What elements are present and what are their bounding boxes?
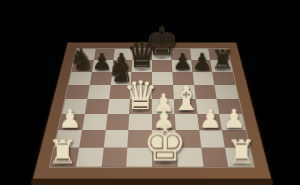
piece-white-pawn[interactable]: ♟ [58,106,81,132]
square-a3[interactable]: ♟ [58,114,84,130]
square-c1[interactable] [101,148,128,167]
board-grid: ♚♞♟♟♛♟♟♜♞♛♟♝♟♟♟♟♜♚♜ [50,49,254,167]
square-f4[interactable]: ♝ [174,99,197,114]
square-b5[interactable] [87,85,110,99]
square-a7[interactable]: ♞ [72,60,94,72]
chess-board: ♚♞♟♟♛♟♟♜♞♛♟♝♟♟♟♟♜♚♜ [30,42,274,185]
square-h3[interactable]: ♟ [219,114,245,130]
piece-black-pawn[interactable]: ♟ [172,51,192,73]
square-h1[interactable]: ♜ [225,148,254,167]
piece-black-rook[interactable]: ♜ [211,47,234,73]
square-b4[interactable] [85,99,109,114]
piece-white-pawn[interactable]: ♟ [223,106,246,132]
piece-white-rook[interactable]: ♜ [227,136,257,169]
square-c3[interactable] [105,114,129,130]
square-h7[interactable]: ♜ [210,60,232,72]
square-a1[interactable]: ♜ [50,148,79,167]
square-g7[interactable]: ♟ [191,60,212,72]
scene-background: ♚♞♟♟♛♟♟♜♞♛♟♝♟♟♟♟♜♚♜ [0,0,300,185]
square-g1[interactable] [201,148,229,167]
piece-white-pawn[interactable]: ♟ [199,106,222,132]
piece-black-pawn[interactable]: ♟ [192,51,212,73]
square-g2[interactable] [199,130,225,148]
square-b3[interactable] [82,114,107,130]
square-h5[interactable] [215,85,239,99]
board-frame: ♚♞♟♟♛♟♟♜♞♛♟♝♟♟♟♟♜♚♜ [30,42,274,185]
piece-black-knight[interactable]: ♞ [68,44,94,73]
square-f7[interactable]: ♟ [171,60,192,72]
piece-white-rook[interactable]: ♜ [48,136,78,169]
square-c2[interactable] [103,130,128,148]
square-a5[interactable] [65,85,89,99]
square-a6[interactable] [69,72,92,85]
square-h6[interactable] [212,72,235,85]
piece-white-king[interactable]: ♚ [143,119,187,168]
square-e1[interactable]: ♚ [152,148,177,167]
square-g3[interactable]: ♟ [197,114,222,130]
square-d7[interactable]: ♛ [132,60,152,72]
square-b1[interactable] [76,148,104,167]
square-d4[interactable]: ♛ [130,99,152,114]
square-b2[interactable] [79,130,105,148]
